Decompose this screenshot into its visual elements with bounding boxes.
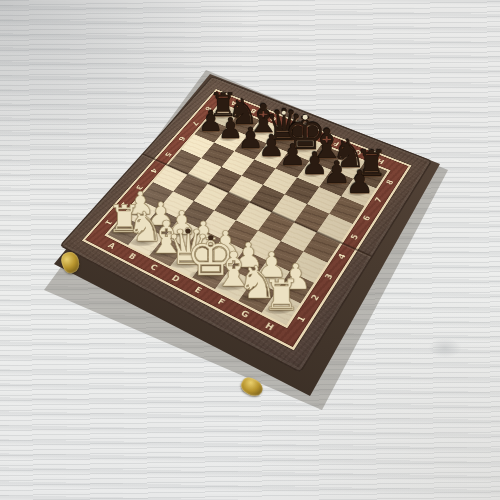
scene: AA88BB77CC66DD55EE44FF33GG22HH11 ♜♞♝♛♚♝♞… <box>0 0 500 500</box>
piece-white-rook-h1[interactable]: ♜ <box>262 274 300 317</box>
black-king-finial-icon <box>303 115 308 120</box>
piece-black-pawn-h7[interactable]: ♟ <box>346 167 374 199</box>
